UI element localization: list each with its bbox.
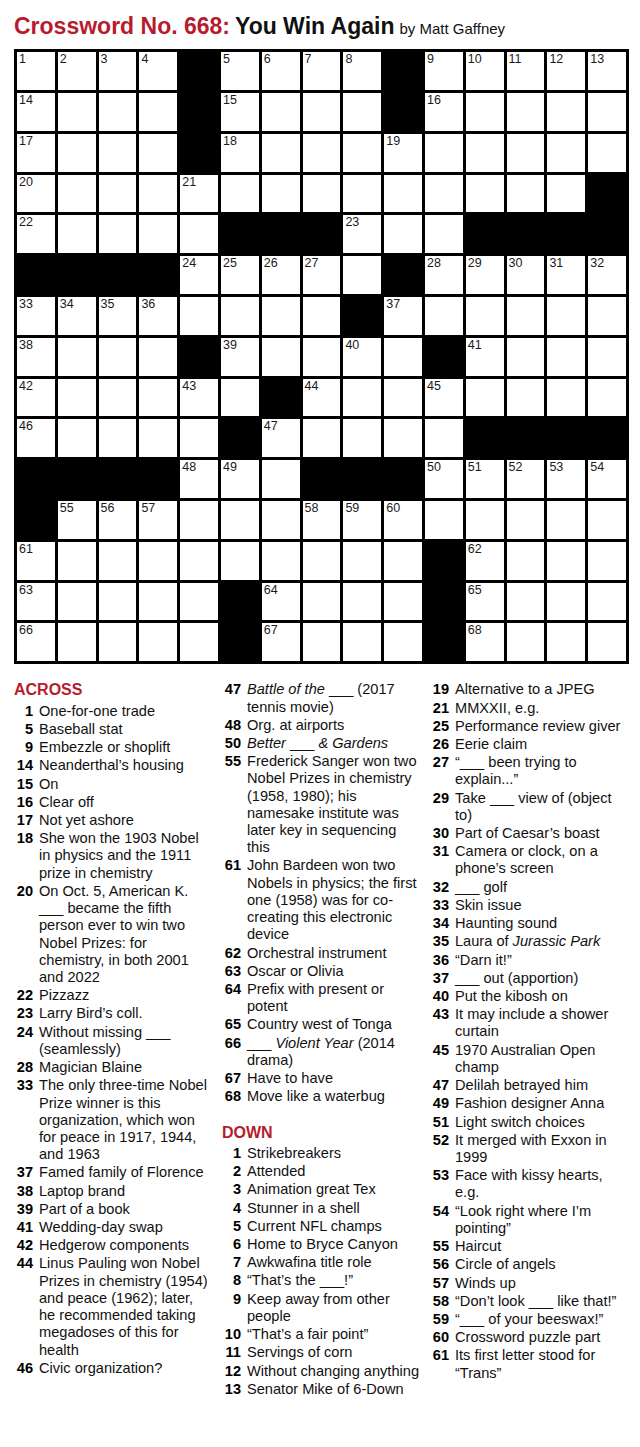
clue-item: 55Haircut bbox=[430, 1238, 629, 1255]
white-cell[interactable] bbox=[384, 175, 422, 213]
white-cell[interactable]: 49 bbox=[221, 460, 259, 498]
white-cell[interactable] bbox=[466, 134, 504, 172]
cell-number: 28 bbox=[427, 256, 441, 270]
white-cell[interactable] bbox=[180, 501, 218, 539]
white-cell[interactable] bbox=[262, 501, 300, 539]
white-cell[interactable] bbox=[303, 297, 341, 335]
cell-number: 62 bbox=[468, 542, 482, 556]
clue-number: 17 bbox=[14, 812, 39, 829]
cell-number: 15 bbox=[223, 93, 237, 107]
white-cell[interactable] bbox=[99, 338, 137, 376]
white-cell[interactable] bbox=[507, 623, 545, 661]
clue-text: ___ golf bbox=[455, 879, 629, 896]
white-cell[interactable]: 15 bbox=[221, 93, 259, 131]
white-cell[interactable] bbox=[99, 379, 137, 417]
white-cell[interactable] bbox=[588, 338, 626, 376]
white-cell[interactable] bbox=[180, 583, 218, 621]
white-cell[interactable]: 34 bbox=[58, 297, 96, 335]
cell-number: 19 bbox=[386, 134, 400, 148]
white-cell[interactable] bbox=[588, 134, 626, 172]
white-cell[interactable] bbox=[343, 93, 381, 131]
white-cell[interactable] bbox=[343, 583, 381, 621]
white-cell[interactable]: 10 bbox=[466, 52, 504, 90]
white-cell[interactable] bbox=[466, 93, 504, 131]
white-cell[interactable] bbox=[547, 93, 585, 131]
clue-number: 13 bbox=[222, 1381, 247, 1398]
white-cell[interactable] bbox=[384, 623, 422, 661]
clue-item: 62Orchestral instrument bbox=[222, 945, 421, 962]
white-cell[interactable] bbox=[507, 338, 545, 376]
white-cell[interactable] bbox=[507, 134, 545, 172]
white-cell[interactable] bbox=[180, 215, 218, 253]
white-cell[interactable]: 66 bbox=[17, 623, 55, 661]
white-cell[interactable] bbox=[466, 175, 504, 213]
clue-item: 65Country west of Tonga bbox=[222, 1016, 421, 1033]
white-cell[interactable]: 37 bbox=[384, 297, 422, 335]
white-cell[interactable]: 17 bbox=[17, 134, 55, 172]
white-cell[interactable]: 8 bbox=[343, 52, 381, 90]
white-cell[interactable] bbox=[547, 379, 585, 417]
cell-number: 45 bbox=[427, 379, 441, 393]
white-cell[interactable] bbox=[58, 93, 96, 131]
cell-number: 52 bbox=[509, 460, 523, 474]
white-cell[interactable]: 26 bbox=[262, 256, 300, 294]
clue-item: 44Linus Pauling won Nobel Prizes in chem… bbox=[14, 1255, 213, 1358]
cell-number: 53 bbox=[549, 460, 563, 474]
clue-number: 34 bbox=[430, 915, 455, 932]
white-cell[interactable] bbox=[466, 379, 504, 417]
white-cell[interactable] bbox=[303, 583, 341, 621]
clue-text: Haunting sound bbox=[455, 915, 629, 932]
clue-number: 26 bbox=[430, 736, 455, 753]
white-cell[interactable] bbox=[343, 134, 381, 172]
cell-number: 38 bbox=[19, 338, 33, 352]
clue-text: Its first letter stood for “Trans” bbox=[455, 1347, 629, 1381]
white-cell[interactable]: 6 bbox=[262, 52, 300, 90]
white-cell[interactable] bbox=[588, 501, 626, 539]
clue-number: 55 bbox=[222, 753, 247, 856]
cell-number: 47 bbox=[264, 419, 278, 433]
white-cell[interactable]: 47 bbox=[262, 419, 300, 457]
clue-item: 61John Bardeen won two Nobels in physics… bbox=[222, 857, 421, 943]
white-cell[interactable] bbox=[425, 419, 463, 457]
clue-number: 48 bbox=[222, 717, 247, 734]
cell-number: 27 bbox=[305, 256, 319, 270]
white-cell[interactable]: 2 bbox=[58, 52, 96, 90]
white-cell[interactable] bbox=[547, 501, 585, 539]
clue-item: 47Battle of the ___ (2017 tennis movie) bbox=[222, 681, 421, 715]
clue-text: Winds up bbox=[455, 1275, 629, 1292]
white-cell[interactable] bbox=[588, 583, 626, 621]
white-cell[interactable] bbox=[547, 175, 585, 213]
white-cell[interactable] bbox=[262, 338, 300, 376]
cell-number: 11 bbox=[509, 52, 522, 66]
clue-item: 20On Oct. 5, American K. ___ became the … bbox=[14, 883, 213, 986]
black-cell bbox=[466, 215, 504, 253]
clue-text: Crossword puzzle part bbox=[455, 1329, 629, 1346]
white-cell[interactable] bbox=[99, 583, 137, 621]
cell-number: 61 bbox=[19, 542, 33, 556]
puzzle-number: Crossword No. 668: bbox=[14, 13, 230, 39]
clue-item: 22Pizzazz bbox=[14, 987, 213, 1004]
clue-item: 29Take ___ view of (object to) bbox=[430, 790, 629, 824]
black-cell bbox=[588, 215, 626, 253]
white-cell[interactable] bbox=[99, 542, 137, 580]
white-cell[interactable] bbox=[58, 542, 96, 580]
white-cell[interactable] bbox=[588, 623, 626, 661]
crossword-grid[interactable]: 1234567891011121314151617181920212223242… bbox=[14, 49, 629, 664]
across-header: ACROSS bbox=[14, 681, 213, 699]
white-cell[interactable] bbox=[384, 583, 422, 621]
white-cell[interactable] bbox=[343, 623, 381, 661]
black-cell bbox=[180, 134, 218, 172]
white-cell[interactable]: 9 bbox=[425, 52, 463, 90]
clue-item: 57Winds up bbox=[430, 1275, 629, 1292]
white-cell[interactable]: 60 bbox=[384, 501, 422, 539]
black-cell bbox=[384, 93, 422, 131]
white-cell[interactable]: 1 bbox=[17, 52, 55, 90]
cell-number: 56 bbox=[101, 501, 115, 515]
clue-item: 61Its first letter stood for “Trans” bbox=[430, 1347, 629, 1381]
cell-number: 51 bbox=[468, 460, 482, 474]
white-cell[interactable]: 16 bbox=[425, 93, 463, 131]
cell-number: 5 bbox=[223, 52, 230, 66]
white-cell[interactable] bbox=[58, 134, 96, 172]
clue-text: Attended bbox=[247, 1163, 421, 1180]
white-cell[interactable]: 3 bbox=[99, 52, 137, 90]
white-cell[interactable]: 67 bbox=[262, 623, 300, 661]
black-cell bbox=[17, 501, 55, 539]
white-cell[interactable] bbox=[139, 419, 177, 457]
white-cell[interactable]: 44 bbox=[303, 379, 341, 417]
clue-number: 36 bbox=[430, 952, 455, 969]
white-cell[interactable] bbox=[58, 175, 96, 213]
clue-text: Laptop brand bbox=[39, 1183, 213, 1200]
white-cell[interactable] bbox=[588, 542, 626, 580]
white-cell[interactable] bbox=[99, 623, 137, 661]
white-cell[interactable] bbox=[139, 215, 177, 253]
white-cell[interactable] bbox=[58, 583, 96, 621]
clue-text: “Darn it!” bbox=[455, 952, 629, 969]
black-cell bbox=[180, 338, 218, 376]
white-cell[interactable] bbox=[547, 542, 585, 580]
white-cell[interactable]: 30 bbox=[507, 256, 545, 294]
cell-number: 25 bbox=[223, 256, 237, 270]
clue-number: 18 bbox=[14, 830, 39, 882]
across-clues-part2: 47Battle of the ___ (2017 tennis movie)4… bbox=[222, 681, 421, 1105]
white-cell[interactable] bbox=[99, 215, 137, 253]
white-cell[interactable] bbox=[221, 379, 259, 417]
crossword-page: Crossword No. 668:You Win Againby Matt G… bbox=[0, 0, 640, 1399]
clue-column-1: ACROSS 1One-for-one trade5Baseball stat9… bbox=[14, 681, 213, 1399]
clue-item: 15On bbox=[14, 776, 213, 793]
white-cell[interactable]: 23 bbox=[343, 215, 381, 253]
white-cell[interactable]: 64 bbox=[262, 583, 300, 621]
white-cell[interactable] bbox=[384, 338, 422, 376]
white-cell[interactable] bbox=[262, 297, 300, 335]
white-cell[interactable] bbox=[58, 215, 96, 253]
white-cell[interactable] bbox=[588, 379, 626, 417]
clue-text: John Bardeen won two Nobels in physics; … bbox=[247, 857, 421, 943]
white-cell[interactable]: 32 bbox=[588, 256, 626, 294]
white-cell[interactable] bbox=[221, 501, 259, 539]
cell-number: 18 bbox=[223, 134, 237, 148]
clue-text: Neanderthal’s housing bbox=[39, 757, 213, 774]
white-cell[interactable]: 4 bbox=[139, 52, 177, 90]
black-cell bbox=[17, 460, 55, 498]
clue-column-3: 19Alternative to a JPEG21MMXXII, e.g.25P… bbox=[430, 681, 629, 1399]
white-cell[interactable] bbox=[343, 542, 381, 580]
white-cell[interactable]: 5 bbox=[221, 52, 259, 90]
white-cell[interactable]: 52 bbox=[507, 460, 545, 498]
white-cell[interactable] bbox=[303, 419, 341, 457]
white-cell[interactable]: 55 bbox=[58, 501, 96, 539]
white-cell[interactable] bbox=[466, 297, 504, 335]
white-cell[interactable] bbox=[343, 175, 381, 213]
white-cell[interactable]: 31 bbox=[547, 256, 585, 294]
clue-number: 30 bbox=[430, 825, 455, 842]
white-cell[interactable] bbox=[384, 542, 422, 580]
white-cell[interactable] bbox=[262, 175, 300, 213]
white-cell[interactable] bbox=[343, 256, 381, 294]
white-cell[interactable]: 68 bbox=[466, 623, 504, 661]
white-cell[interactable] bbox=[303, 542, 341, 580]
black-cell bbox=[139, 460, 177, 498]
white-cell[interactable] bbox=[221, 297, 259, 335]
black-cell bbox=[303, 460, 341, 498]
page-title: Crossword No. 668:You Win Againby Matt G… bbox=[14, 14, 640, 39]
white-cell[interactable]: 18 bbox=[221, 134, 259, 172]
white-cell[interactable]: 13 bbox=[588, 52, 626, 90]
clue-text: Current NFL champs bbox=[247, 1218, 421, 1235]
white-cell[interactable]: 29 bbox=[466, 256, 504, 294]
white-cell[interactable]: 65 bbox=[466, 583, 504, 621]
white-cell[interactable]: 61 bbox=[17, 542, 55, 580]
clue-text: Famed family of Florence bbox=[39, 1164, 213, 1181]
white-cell[interactable] bbox=[58, 623, 96, 661]
white-cell[interactable] bbox=[58, 379, 96, 417]
white-cell[interactable] bbox=[547, 583, 585, 621]
white-cell[interactable] bbox=[384, 419, 422, 457]
cell-number: 16 bbox=[427, 93, 441, 107]
black-cell bbox=[99, 460, 137, 498]
white-cell[interactable] bbox=[139, 338, 177, 376]
white-cell[interactable]: 28 bbox=[425, 256, 463, 294]
cell-number: 21 bbox=[182, 175, 196, 189]
white-cell[interactable] bbox=[303, 93, 341, 131]
white-cell[interactable] bbox=[180, 419, 218, 457]
white-cell[interactable] bbox=[139, 93, 177, 131]
white-cell[interactable] bbox=[262, 460, 300, 498]
clue-number: 5 bbox=[14, 721, 39, 738]
white-cell[interactable] bbox=[303, 338, 341, 376]
white-cell[interactable] bbox=[99, 175, 137, 213]
white-cell[interactable]: 27 bbox=[303, 256, 341, 294]
white-cell[interactable] bbox=[99, 419, 137, 457]
white-cell[interactable] bbox=[58, 338, 96, 376]
white-cell[interactable]: 57 bbox=[139, 501, 177, 539]
white-cell[interactable]: 24 bbox=[180, 256, 218, 294]
clues-section: ACROSS 1One-for-one trade5Baseball stat9… bbox=[14, 681, 640, 1399]
white-cell[interactable] bbox=[180, 297, 218, 335]
white-cell[interactable]: 54 bbox=[588, 460, 626, 498]
white-cell[interactable] bbox=[425, 134, 463, 172]
white-cell[interactable] bbox=[262, 134, 300, 172]
clue-number: 9 bbox=[14, 739, 39, 756]
white-cell[interactable]: 38 bbox=[17, 338, 55, 376]
black-cell bbox=[221, 419, 259, 457]
white-cell[interactable] bbox=[180, 542, 218, 580]
white-cell[interactable]: 35 bbox=[99, 297, 137, 335]
black-cell bbox=[221, 215, 259, 253]
white-cell[interactable] bbox=[99, 134, 137, 172]
white-cell[interactable]: 7 bbox=[303, 52, 341, 90]
clue-item: 54“Look right where I’m pointing” bbox=[430, 1203, 629, 1237]
clue-item: 49Fashion designer Anna bbox=[430, 1095, 629, 1112]
clue-item: 50Better ___ & Gardens bbox=[222, 735, 421, 752]
white-cell[interactable]: 51 bbox=[466, 460, 504, 498]
clue-number: 66 bbox=[222, 1035, 247, 1069]
clue-item: 60Crossword puzzle part bbox=[430, 1329, 629, 1346]
white-cell[interactable] bbox=[507, 297, 545, 335]
clue-text: Civic organization? bbox=[39, 1360, 213, 1377]
white-cell[interactable]: 62 bbox=[466, 542, 504, 580]
white-cell[interactable] bbox=[425, 175, 463, 213]
white-cell[interactable]: 20 bbox=[17, 175, 55, 213]
clue-item: 24Without missing ___ (seamlessly) bbox=[14, 1024, 213, 1058]
clue-text: Larry Bird’s coll. bbox=[39, 1005, 213, 1022]
white-cell[interactable] bbox=[507, 501, 545, 539]
black-cell bbox=[425, 542, 463, 580]
white-cell[interactable] bbox=[547, 297, 585, 335]
white-cell[interactable] bbox=[139, 623, 177, 661]
white-cell[interactable] bbox=[303, 623, 341, 661]
white-cell[interactable]: 63 bbox=[17, 583, 55, 621]
white-cell[interactable]: 14 bbox=[17, 93, 55, 131]
white-cell[interactable]: 46 bbox=[17, 419, 55, 457]
white-cell[interactable] bbox=[139, 583, 177, 621]
clue-number: 61 bbox=[222, 857, 247, 943]
clue-number: 16 bbox=[14, 794, 39, 811]
white-cell[interactable]: 11 bbox=[507, 52, 545, 90]
white-cell[interactable] bbox=[588, 297, 626, 335]
clue-number: 23 bbox=[14, 1005, 39, 1022]
white-cell[interactable]: 50 bbox=[425, 460, 463, 498]
clue-item: 67Have to have bbox=[222, 1070, 421, 1087]
cell-number: 50 bbox=[427, 460, 441, 474]
white-cell[interactable] bbox=[425, 297, 463, 335]
white-cell[interactable]: 33 bbox=[17, 297, 55, 335]
white-cell[interactable] bbox=[466, 501, 504, 539]
white-cell[interactable]: 19 bbox=[384, 134, 422, 172]
white-cell[interactable] bbox=[262, 93, 300, 131]
white-cell[interactable]: 56 bbox=[99, 501, 137, 539]
cell-number: 64 bbox=[264, 583, 278, 597]
white-cell[interactable]: 43 bbox=[180, 379, 218, 417]
white-cell[interactable] bbox=[58, 419, 96, 457]
clue-text: Frederick Sanger won two Nobel Prizes in… bbox=[247, 753, 421, 856]
white-cell[interactable]: 42 bbox=[17, 379, 55, 417]
white-cell[interactable] bbox=[547, 134, 585, 172]
white-cell[interactable]: 59 bbox=[343, 501, 381, 539]
cell-number: 2 bbox=[60, 52, 67, 66]
clue-item: 32___ golf bbox=[430, 879, 629, 896]
white-cell[interactable]: 48 bbox=[180, 460, 218, 498]
white-cell[interactable]: 36 bbox=[139, 297, 177, 335]
white-cell[interactable] bbox=[507, 379, 545, 417]
clue-number: 20 bbox=[14, 883, 39, 986]
clue-item: 47Delilah betrayed him bbox=[430, 1077, 629, 1094]
white-cell[interactable] bbox=[547, 338, 585, 376]
clue-number: 60 bbox=[430, 1329, 455, 1346]
clue-text: Country west of Tonga bbox=[247, 1016, 421, 1033]
clue-text: Part of a book bbox=[39, 1201, 213, 1218]
white-cell[interactable] bbox=[180, 623, 218, 661]
white-cell[interactable] bbox=[547, 623, 585, 661]
white-cell[interactable] bbox=[425, 501, 463, 539]
white-cell[interactable] bbox=[507, 542, 545, 580]
white-cell[interactable] bbox=[384, 215, 422, 253]
clue-text: Fashion designer Anna bbox=[455, 1095, 629, 1112]
clue-number: 2 bbox=[222, 1163, 247, 1180]
white-cell[interactable] bbox=[303, 134, 341, 172]
white-cell[interactable] bbox=[425, 215, 463, 253]
white-cell[interactable] bbox=[507, 93, 545, 131]
white-cell[interactable]: 25 bbox=[221, 256, 259, 294]
clue-text: “___ been trying to explain...” bbox=[455, 754, 629, 788]
white-cell[interactable] bbox=[588, 93, 626, 131]
white-cell[interactable]: 40 bbox=[343, 338, 381, 376]
byline: by Matt Gaffney bbox=[400, 20, 506, 37]
white-cell[interactable]: 39 bbox=[221, 338, 259, 376]
white-cell[interactable]: 53 bbox=[547, 460, 585, 498]
white-cell[interactable]: 22 bbox=[17, 215, 55, 253]
white-cell[interactable] bbox=[139, 542, 177, 580]
white-cell[interactable] bbox=[303, 175, 341, 213]
clue-item: 19Alternative to a JPEG bbox=[430, 681, 629, 698]
white-cell[interactable]: 58 bbox=[303, 501, 341, 539]
black-cell bbox=[343, 460, 381, 498]
clue-number: 14 bbox=[14, 757, 39, 774]
cell-number: 67 bbox=[264, 623, 278, 637]
white-cell[interactable] bbox=[384, 379, 422, 417]
clue-number: 51 bbox=[430, 1114, 455, 1131]
white-cell[interactable] bbox=[221, 542, 259, 580]
clue-item: 9Keep away from other people bbox=[222, 1291, 421, 1325]
white-cell[interactable] bbox=[221, 175, 259, 213]
clue-number: 9 bbox=[222, 1291, 247, 1325]
white-cell[interactable] bbox=[99, 93, 137, 131]
white-cell[interactable] bbox=[139, 379, 177, 417]
clue-number: 3 bbox=[222, 1181, 247, 1198]
white-cell[interactable] bbox=[343, 419, 381, 457]
clue-item: 9Embezzle or shoplift bbox=[14, 739, 213, 756]
white-cell[interactable]: 12 bbox=[547, 52, 585, 90]
white-cell[interactable]: 21 bbox=[180, 175, 218, 213]
white-cell[interactable] bbox=[262, 542, 300, 580]
white-cell[interactable] bbox=[507, 175, 545, 213]
white-cell[interactable] bbox=[507, 583, 545, 621]
white-cell[interactable]: 45 bbox=[425, 379, 463, 417]
clue-item: 18She won the 1903 Nobel in physics and … bbox=[14, 830, 213, 882]
puzzle-title: You Win Again bbox=[235, 13, 395, 39]
clue-item: 5Current NFL champs bbox=[222, 1218, 421, 1235]
white-cell[interactable] bbox=[139, 134, 177, 172]
white-cell[interactable] bbox=[139, 175, 177, 213]
clue-number: 55 bbox=[430, 1238, 455, 1255]
white-cell[interactable]: 41 bbox=[466, 338, 504, 376]
white-cell[interactable] bbox=[343, 379, 381, 417]
